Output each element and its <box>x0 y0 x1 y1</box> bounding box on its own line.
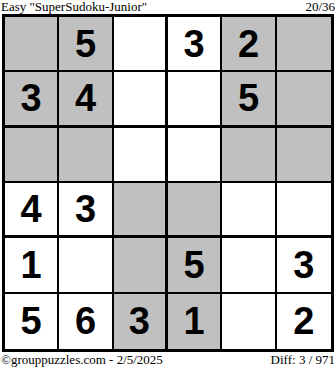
cell-r5c3-empty[interactable] <box>114 238 168 293</box>
cell-r3c2-empty[interactable] <box>59 128 113 183</box>
footer: ©grouppuzzles.com - 2/5/2025 Diff: 3 / 9… <box>1 353 335 369</box>
cell-r6c1-given: 5 <box>5 294 59 349</box>
cell-r3c5-empty[interactable] <box>222 128 276 183</box>
cell-r4c6-empty[interactable] <box>277 183 331 238</box>
cell-r6c4-given: 1 <box>168 294 222 349</box>
cell-r4c3-empty[interactable] <box>114 183 168 238</box>
cell-r1c1-empty[interactable] <box>5 17 59 72</box>
cell-r1c5-given: 2 <box>222 17 276 72</box>
cell-r2c5-given: 5 <box>222 72 276 127</box>
cell-r3c6-empty[interactable] <box>277 128 331 183</box>
cell-r5c1-given: 1 <box>5 238 59 293</box>
cell-r1c4-given: 3 <box>168 17 222 72</box>
cell-r3c4-empty[interactable] <box>168 128 222 183</box>
cell-r4c2-given: 3 <box>59 183 113 238</box>
cell-r3c1-empty[interactable] <box>5 128 59 183</box>
cell-r2c1-given: 3 <box>5 72 59 127</box>
cell-r6c6-given: 2 <box>277 294 331 349</box>
cell-r5c6-given: 3 <box>277 238 331 293</box>
header: Easy "SuperSudoku-Junior" 20/36 <box>1 0 335 14</box>
cell-r6c2-given: 6 <box>59 294 113 349</box>
cell-r5c2-empty[interactable] <box>59 238 113 293</box>
cell-r1c6-empty[interactable] <box>277 17 331 72</box>
cell-r2c2-given: 4 <box>59 72 113 127</box>
cell-r5c5-empty[interactable] <box>222 238 276 293</box>
cell-r2c6-empty[interactable] <box>277 72 331 127</box>
sudoku-board: 5323454315356312 <box>2 14 334 352</box>
progress-counter: 20/36 <box>305 0 335 13</box>
cell-r4c1-given: 4 <box>5 183 59 238</box>
cell-r5c4-given: 5 <box>168 238 222 293</box>
cell-r2c3-empty[interactable] <box>114 72 168 127</box>
cell-r4c5-empty[interactable] <box>222 183 276 238</box>
cell-r4c4-empty[interactable] <box>168 183 222 238</box>
cell-r2c4-empty[interactable] <box>168 72 222 127</box>
cell-r6c3-given: 3 <box>114 294 168 349</box>
copyright-text: ©grouppuzzles.com - 2/5/2025 <box>1 353 163 367</box>
cell-r3c3-empty[interactable] <box>114 128 168 183</box>
puzzle-title: Easy "SuperSudoku-Junior" <box>1 0 147 13</box>
cell-r6c5-empty[interactable] <box>222 294 276 349</box>
cell-r1c3-empty[interactable] <box>114 17 168 72</box>
cell-r1c2-given: 5 <box>59 17 113 72</box>
difficulty-label: Diff: 3 / 971 <box>271 353 335 367</box>
